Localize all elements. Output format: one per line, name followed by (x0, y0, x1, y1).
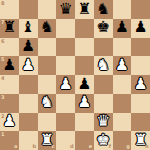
square-d3[interactable] (56, 94, 75, 113)
file-label-d: d (70, 144, 74, 149)
square-b4[interactable] (19, 75, 38, 94)
piece-black-king: ♚ (96, 20, 110, 36)
square-g7[interactable]: ♟ (113, 19, 132, 38)
square-g8[interactable] (113, 0, 132, 19)
square-h6[interactable] (131, 38, 150, 57)
square-e4[interactable]: ♟ (75, 75, 94, 94)
piece-white-king: ♚ (96, 132, 110, 148)
file-label-e: e (89, 144, 92, 149)
piece-black-pawn: ♟ (21, 39, 35, 55)
square-f8[interactable]: ♞ (94, 0, 113, 19)
square-g5[interactable]: ♟ (113, 56, 132, 75)
rank-label-1: 1 (1, 132, 4, 137)
square-f2[interactable]: ♛ (94, 113, 113, 132)
square-f3[interactable] (94, 94, 113, 113)
file-label-b: b (32, 144, 36, 149)
square-b2[interactable] (19, 113, 38, 132)
square-g6[interactable] (113, 38, 132, 57)
piece-white-rook: ♜ (134, 132, 148, 148)
rank-label-3: 3 (1, 95, 4, 100)
square-g4[interactable] (113, 75, 132, 94)
piece-black-knight: ♞ (96, 1, 110, 17)
piece-white-pawn: ♟ (2, 114, 16, 130)
square-b8[interactable] (19, 0, 38, 19)
square-h7[interactable]: ♟ (131, 19, 150, 38)
square-c1[interactable]: c♜ (38, 131, 57, 150)
square-a7[interactable]: 7♜ (0, 19, 19, 38)
square-a1[interactable]: 1a (0, 131, 19, 150)
piece-black-knight: ♞ (40, 20, 54, 36)
square-g1[interactable]: g (113, 131, 132, 150)
square-f4[interactable] (94, 75, 113, 94)
square-e6[interactable] (75, 38, 94, 57)
square-e3[interactable]: ♟ (75, 94, 94, 113)
square-b6[interactable]: ♟ (19, 38, 38, 57)
square-e2[interactable] (75, 113, 94, 132)
square-f7[interactable]: ♚ (94, 19, 113, 38)
piece-white-pawn: ♟ (115, 57, 129, 73)
piece-white-pawn: ♟ (21, 57, 35, 73)
square-c5[interactable] (38, 56, 57, 75)
square-d6[interactable] (56, 38, 75, 57)
square-d8[interactable]: ♛ (56, 0, 75, 19)
piece-white-rook: ♜ (40, 132, 54, 148)
file-label-a: a (14, 144, 17, 149)
rank-label-6: 6 (1, 39, 4, 44)
square-e1[interactable]: e (75, 131, 94, 150)
square-c7[interactable]: ♞ (38, 19, 57, 38)
piece-white-queen: ♛ (96, 114, 110, 130)
square-b3[interactable] (19, 94, 38, 113)
square-d7[interactable] (56, 19, 75, 38)
square-e7[interactable] (75, 19, 94, 38)
square-c3[interactable]: ♞ (38, 94, 57, 113)
piece-black-pawn: ♟ (77, 76, 91, 92)
square-g2[interactable] (113, 113, 132, 132)
piece-black-pawn: ♟ (2, 57, 16, 73)
piece-white-knight: ♞ (96, 57, 110, 73)
square-h1[interactable]: h♜ (131, 131, 150, 150)
piece-white-pawn: ♟ (134, 76, 148, 92)
rank-label-4: 4 (1, 76, 4, 81)
square-h4[interactable]: ♟ (131, 75, 150, 94)
square-f1[interactable]: f♚ (94, 131, 113, 150)
square-h5[interactable] (131, 56, 150, 75)
square-e8[interactable]: ♜ (75, 0, 94, 19)
square-e5[interactable] (75, 56, 94, 75)
square-d4[interactable]: ♟ (56, 75, 75, 94)
square-h2[interactable] (131, 113, 150, 132)
chess-board: 8♛♜♞7♜♝♞♚♟♟6♟5♟♟♞♟4♟♟♟3♞♟2♟♛1abc♜def♚gh♜ (0, 0, 150, 150)
piece-white-pawn: ♟ (77, 95, 91, 111)
square-a8[interactable]: 8 (0, 0, 19, 19)
square-c4[interactable] (38, 75, 57, 94)
square-a4[interactable]: 4 (0, 75, 19, 94)
rank-label-8: 8 (1, 1, 4, 6)
piece-black-pawn: ♟ (115, 20, 129, 36)
square-c6[interactable] (38, 38, 57, 57)
square-b5[interactable]: ♟ (19, 56, 38, 75)
square-a2[interactable]: 2♟ (0, 113, 19, 132)
square-c2[interactable] (38, 113, 57, 132)
square-d2[interactable] (56, 113, 75, 132)
square-a5[interactable]: 5♟ (0, 56, 19, 75)
square-f6[interactable] (94, 38, 113, 57)
square-d1[interactable]: d (56, 131, 75, 150)
square-g3[interactable] (113, 94, 132, 113)
square-b1[interactable]: b (19, 131, 38, 150)
piece-black-rook: ♜ (2, 20, 16, 36)
square-f5[interactable]: ♞ (94, 56, 113, 75)
square-c8[interactable] (38, 0, 57, 19)
square-a6[interactable]: 6 (0, 38, 19, 57)
square-a3[interactable]: 3 (0, 94, 19, 113)
square-h3[interactable] (131, 94, 150, 113)
piece-black-bishop: ♝ (21, 20, 35, 36)
piece-black-rook: ♜ (77, 1, 91, 17)
square-d5[interactable] (56, 56, 75, 75)
piece-white-pawn: ♟ (59, 76, 73, 92)
piece-black-pawn: ♟ (134, 20, 148, 36)
piece-white-knight: ♞ (40, 95, 54, 111)
file-label-g: g (126, 144, 130, 149)
piece-black-queen: ♛ (59, 1, 73, 17)
square-b7[interactable]: ♝ (19, 19, 38, 38)
square-h8[interactable] (131, 0, 150, 19)
